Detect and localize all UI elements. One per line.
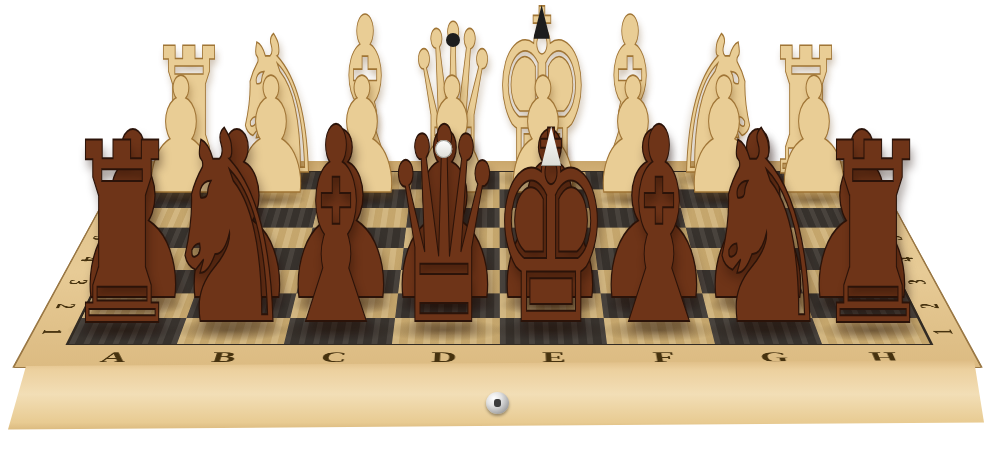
queen-ball-finial <box>435 140 453 158</box>
chess-set-photo: ABCDEFGH 12345678 12345678 ♜♞♝♛♚♝♞♜♟♟♟♟♟… <box>0 0 1000 449</box>
black-queen-icon: ♛ <box>383 93 504 363</box>
pieces-layer: ♜♞♝♛♚♝♞♜♟♟♟♟♟♟♟♟♟♟♟♟♟♟♟♟♜♞♝♛♚♝♞♜ <box>0 0 1000 449</box>
black-rook-icon: ♜ <box>815 111 932 361</box>
black-bishop-icon: ♝ <box>278 93 394 363</box>
